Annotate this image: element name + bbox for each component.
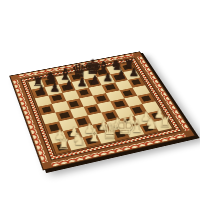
piece-white-knight[interactable]: ♞ [71, 132, 86, 148]
piece-black-pawn[interactable]: ♟ [127, 67, 141, 78]
piece-black-pawn[interactable]: ♟ [34, 84, 48, 96]
piece-black-pawn[interactable]: ♟ [101, 72, 115, 84]
chess-board: ♜♞♝♛♚♝♞♜♟♟♟♟♟♟♟♟♟♟♟♟♟♟♟♟♜♞♝♛♚♝♞♜ [9, 51, 196, 170]
piece-black-pawn[interactable]: ♟ [75, 77, 89, 89]
piece-white-queen[interactable]: ♛ [100, 121, 115, 141]
piece-black-pawn[interactable]: ♟ [114, 69, 128, 80]
piece-black-pawn[interactable]: ♟ [48, 82, 62, 94]
piece-black-pawn[interactable]: ♟ [88, 74, 102, 86]
piece-white-knight[interactable]: ♞ [143, 116, 158, 132]
piece-white-rook[interactable]: ♜ [56, 137, 72, 151]
piece-white-rook[interactable]: ♜ [157, 115, 172, 129]
piece-white-bishop[interactable]: ♝ [86, 127, 101, 144]
piece-black-pawn[interactable]: ♟ [61, 79, 75, 91]
square-d5[interactable] [79, 96, 97, 107]
square-a1[interactable]: ♜ [53, 140, 72, 153]
chess-set-scene: ♜♞♝♛♚♝♞♜♟♟♟♟♟♟♟♟♟♟♟♟♟♟♟♟♜♞♝♛♚♝♞♜ [0, 0, 200, 200]
square-h5[interactable] [132, 85, 150, 96]
